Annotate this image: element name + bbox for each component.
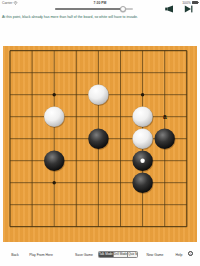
play-from-here-button[interactable]: Play From Here — [29, 253, 53, 257]
battery-icon — [192, 1, 198, 4]
drill-mode-segment[interactable]: Drill Mode — [113, 252, 128, 257]
audio-slider-thumb[interactable] — [120, 6, 127, 13]
back-button[interactable]: Back — [11, 253, 19, 257]
white-stone[interactable] — [132, 107, 152, 127]
star-point — [53, 181, 56, 184]
talk-mode-segment[interactable]: Talk Mode — [99, 252, 113, 257]
speaker-icon[interactable] — [164, 5, 174, 13]
black-stone[interactable] — [132, 173, 152, 193]
battery-percent: 100% — [182, 1, 191, 5]
help-button[interactable]: Help — [176, 253, 183, 257]
go-board[interactable]: a — [3, 46, 197, 242]
commentary-text: At this point, black already has more th… — [2, 15, 198, 19]
new-game-button[interactable]: New Game — [147, 253, 164, 257]
quiz-mode-segment[interactable]: Quiz Mode — [127, 252, 138, 257]
white-stone[interactable] — [44, 107, 64, 127]
info-icon[interactable]: i — [188, 251, 193, 256]
audio-progress-fill — [55, 8, 123, 10]
star-point — [141, 93, 144, 96]
board-label-a[interactable]: a — [163, 113, 167, 120]
star-point — [53, 93, 56, 96]
wifi-icon — [13, 1, 18, 5]
carrier-label: Carrier — [2, 1, 12, 5]
mode-segmented-control: Talk Mode Drill Mode Quiz Mode — [98, 251, 138, 258]
black-stone[interactable] — [44, 151, 64, 171]
black-stone[interactable] — [88, 129, 108, 149]
white-stone[interactable] — [88, 85, 108, 105]
board-grid[interactable]: a — [3, 46, 197, 242]
app-screen: Carrier 7:30 PM 100% At this point, blac… — [0, 0, 200, 266]
black-stone[interactable] — [155, 129, 175, 149]
white-stone[interactable] — [132, 129, 152, 149]
clock: 7:30 PM — [94, 1, 107, 5]
fast-forward-icon[interactable] — [184, 5, 193, 13]
bottom-toolbar: Back Play From Here Save Game Talk Mode … — [0, 248, 200, 262]
save-game-button[interactable]: Save Game — [75, 253, 93, 257]
last-move-marker — [140, 159, 144, 163]
